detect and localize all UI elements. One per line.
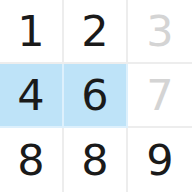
- grid-cell-r0c0[interactable]: 1: [0, 0, 64, 64]
- grid-cell-r1c1[interactable]: 6: [64, 64, 128, 128]
- number-grid-board: 1 2 3 4 6 7 8 8 9: [0, 0, 192, 192]
- grid-cell-r1c0[interactable]: 4: [0, 64, 64, 128]
- grid-cell-r0c2[interactable]: 3: [128, 0, 192, 64]
- grid-cell-r2c0[interactable]: 8: [0, 128, 64, 192]
- grid-cell-r1c2[interactable]: 7: [128, 64, 192, 128]
- grid-cell-r2c1[interactable]: 8: [64, 128, 128, 192]
- grid-cell-r0c1[interactable]: 2: [64, 0, 128, 64]
- grid-cell-r2c2[interactable]: 9: [128, 128, 192, 192]
